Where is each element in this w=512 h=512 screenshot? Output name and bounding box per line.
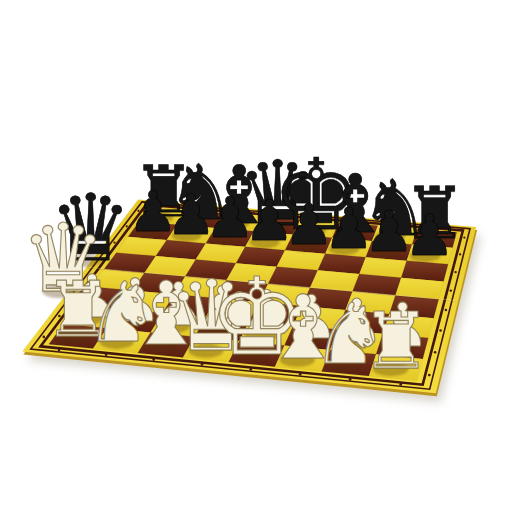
piece-shadow xyxy=(56,331,90,345)
chess-set-photo: ♜♞♝♛♚♝♞♜♟♟♟♟♟♟♟♟♛♛♟♟♟♟♟♟♟♟♜♞♝♛♚♝♞♜ xyxy=(0,0,512,512)
frame-dot xyxy=(43,336,46,339)
piece-shadow xyxy=(410,250,441,262)
piece-shadow xyxy=(373,362,409,376)
piece-shadow xyxy=(70,254,101,267)
frame-dot xyxy=(105,353,108,356)
piece-shadow xyxy=(249,236,279,248)
frame-dot xyxy=(249,368,252,371)
frame-dot xyxy=(58,315,61,318)
piece-shadow xyxy=(280,353,315,367)
piece-shadow xyxy=(336,227,366,239)
frame-dot xyxy=(439,329,442,332)
frame-dot xyxy=(73,295,75,297)
frame-dot xyxy=(113,241,115,243)
frame-dot xyxy=(428,374,431,377)
frame-dot xyxy=(321,217,323,219)
piece-shadow xyxy=(326,357,361,371)
frame-dot xyxy=(459,253,461,255)
piece-shadow xyxy=(329,243,359,255)
piece-shadow xyxy=(144,339,179,353)
piece-shadow xyxy=(144,212,173,224)
piece-shadow xyxy=(70,311,103,325)
frame-dot xyxy=(201,363,204,366)
piece-shadow xyxy=(244,328,278,342)
piece-shadow xyxy=(42,285,74,298)
piece-shadow xyxy=(258,221,287,233)
frame-dot xyxy=(281,213,283,215)
piece-shadow xyxy=(234,348,269,362)
piece-shadow xyxy=(200,323,234,337)
piece-shadow xyxy=(369,246,400,258)
piece-shadow xyxy=(113,315,147,329)
frame-dot xyxy=(362,220,364,222)
piece-shadow xyxy=(380,341,415,355)
frame-dot xyxy=(152,358,155,361)
piece-shadow xyxy=(415,234,445,246)
frame-dot xyxy=(399,383,402,386)
piece-shadow xyxy=(297,224,327,236)
frame-dot xyxy=(450,289,452,291)
frame-dot xyxy=(445,309,447,311)
piece-shadow xyxy=(289,239,319,251)
frame-dot xyxy=(444,227,446,229)
frame-dot xyxy=(126,225,128,227)
frame-dot xyxy=(137,210,139,212)
piece-shadow xyxy=(210,233,240,245)
frame-dot xyxy=(162,204,164,206)
frame-dot xyxy=(58,349,61,352)
piece-shadow xyxy=(100,335,134,349)
frame-dot xyxy=(299,373,302,376)
piece-shadow xyxy=(189,344,224,358)
frame-dot xyxy=(349,378,352,381)
piece-shadow xyxy=(289,332,323,346)
piece-shadow xyxy=(182,215,211,227)
frame-dot xyxy=(87,276,89,278)
piece-shadow xyxy=(133,226,163,238)
piece-shadow xyxy=(220,218,249,230)
piece-shadow xyxy=(172,229,202,241)
frame-dot xyxy=(241,210,243,212)
frame-dot xyxy=(463,236,465,238)
frame-dot xyxy=(202,207,204,209)
chessboard xyxy=(0,0,512,512)
frame-dot xyxy=(434,351,437,354)
piece-shadow xyxy=(334,336,368,350)
piece-shadow xyxy=(156,319,190,333)
piece-shadow xyxy=(375,230,405,242)
frame-dot xyxy=(403,223,405,225)
frame-dot xyxy=(454,271,456,273)
